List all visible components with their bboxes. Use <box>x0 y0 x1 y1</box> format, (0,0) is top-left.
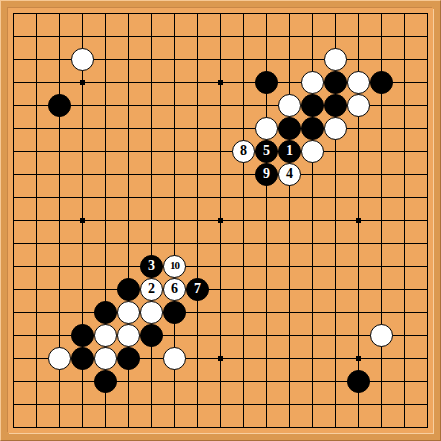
move-number-label: 10 <box>170 260 179 271</box>
stone-black[interactable] <box>163 301 186 324</box>
stone-black[interactable] <box>117 278 140 301</box>
move-number-label: 8 <box>240 144 247 158</box>
stone-white[interactable]: 2 <box>140 278 163 301</box>
star-point <box>356 218 361 223</box>
stone-white[interactable] <box>324 48 347 71</box>
stone-white[interactable] <box>347 94 370 117</box>
stone-black[interactable] <box>370 71 393 94</box>
stone-black[interactable] <box>278 117 301 140</box>
move-number-label: 7 <box>194 282 201 296</box>
star-point <box>218 218 223 223</box>
stone-black[interactable] <box>324 94 347 117</box>
stone-white[interactable] <box>347 71 370 94</box>
stone-black[interactable] <box>94 370 117 393</box>
stone-black[interactable] <box>347 370 370 393</box>
stone-white[interactable] <box>140 301 163 324</box>
stone-black[interactable] <box>48 94 71 117</box>
grid-line-vertical <box>289 13 290 428</box>
go-board: 85194310267 <box>0 0 441 441</box>
stone-white[interactable] <box>278 94 301 117</box>
stone-white[interactable] <box>117 301 140 324</box>
stone-black[interactable]: 1 <box>278 140 301 163</box>
grid-line-horizontal <box>13 312 428 313</box>
stone-black[interactable]: 5 <box>255 140 278 163</box>
stone-white[interactable]: 8 <box>232 140 255 163</box>
stone-white[interactable] <box>324 117 347 140</box>
grid-line-vertical <box>243 13 244 428</box>
stone-black[interactable] <box>71 324 94 347</box>
move-number-label: 3 <box>148 259 155 273</box>
move-number-label: 9 <box>263 167 270 181</box>
stone-white[interactable] <box>301 71 324 94</box>
move-number-label: 1 <box>286 144 293 158</box>
stone-black[interactable] <box>117 347 140 370</box>
star-point <box>80 80 85 85</box>
stone-white[interactable]: 6 <box>163 278 186 301</box>
stone-black[interactable]: 7 <box>186 278 209 301</box>
star-point <box>218 356 223 361</box>
stone-black[interactable] <box>255 71 278 94</box>
stone-white[interactable] <box>117 324 140 347</box>
stone-white[interactable] <box>370 324 393 347</box>
grid-line-vertical <box>404 13 405 428</box>
stone-black[interactable] <box>71 347 94 370</box>
grid-line-horizontal <box>13 427 428 428</box>
stone-black[interactable]: 3 <box>140 255 163 278</box>
grid-line-horizontal <box>13 404 428 405</box>
move-number-label: 6 <box>171 282 178 296</box>
stone-black[interactable] <box>94 301 117 324</box>
stone-white[interactable]: 10 <box>163 255 186 278</box>
board-field[interactable]: 85194310267 <box>8 8 433 433</box>
stone-white[interactable] <box>94 347 117 370</box>
stone-black[interactable] <box>140 324 163 347</box>
stone-white[interactable] <box>163 347 186 370</box>
grid-line-horizontal <box>13 243 428 244</box>
stone-black[interactable] <box>324 71 347 94</box>
stone-black[interactable]: 9 <box>255 163 278 186</box>
stone-white[interactable]: 4 <box>278 163 301 186</box>
grid-line-vertical <box>427 13 428 428</box>
star-point <box>80 218 85 223</box>
grid-line-horizontal <box>13 289 428 290</box>
star-point <box>218 80 223 85</box>
stone-black[interactable] <box>301 117 324 140</box>
move-number-label: 5 <box>263 144 270 158</box>
stone-white[interactable] <box>255 117 278 140</box>
move-number-label: 4 <box>286 167 293 181</box>
stone-black[interactable] <box>301 94 324 117</box>
stone-white[interactable] <box>94 324 117 347</box>
stone-white[interactable] <box>71 48 94 71</box>
stone-white[interactable] <box>48 347 71 370</box>
stone-white[interactable] <box>301 140 324 163</box>
grid-line-horizontal <box>13 266 428 267</box>
star-point <box>356 356 361 361</box>
move-number-label: 2 <box>148 282 155 296</box>
